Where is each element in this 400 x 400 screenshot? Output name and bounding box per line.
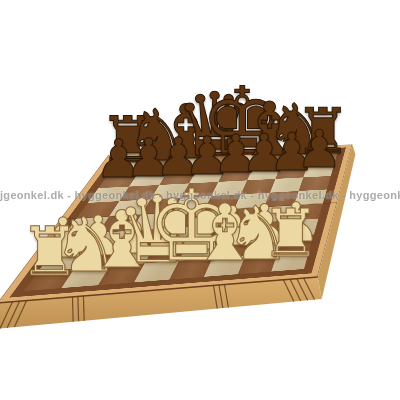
edge-groove-line — [73, 297, 74, 322]
watermark-text: jgeonkel.dk - hyggeonkel.dk - hyggeonkel… — [0, 189, 400, 201]
edge-groove-line — [78, 296, 79, 321]
chess-set-photo: ♜♞♝♛♚♝♞♜♟♟♟♟♟♟♟♟♟♟♟♟♟♟♟♟♜♞♝♛♚♝♞♜ jgeonke… — [0, 0, 400, 400]
edge-groove-line — [83, 296, 84, 321]
board-front-edge — [0, 277, 322, 329]
board-right-edge — [318, 145, 356, 299]
